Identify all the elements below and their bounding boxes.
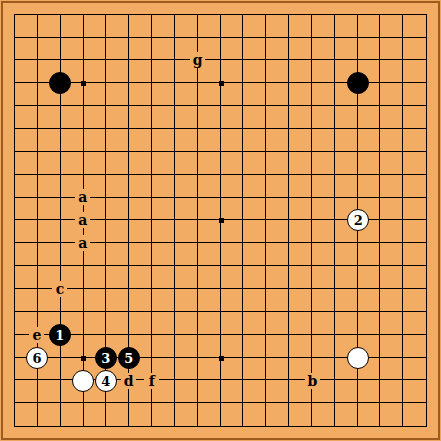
grid-cell	[403, 289, 426, 312]
star-point	[81, 356, 86, 361]
grid-cell	[358, 152, 381, 175]
label-point-b: b	[305, 373, 320, 389]
grid-cell	[129, 15, 152, 38]
grid-cell	[266, 175, 289, 198]
label-point-e: e	[29, 327, 44, 343]
grid-cell	[266, 266, 289, 289]
grid-cell	[312, 152, 335, 175]
grid-cell	[15, 243, 38, 266]
grid-cell	[289, 243, 312, 266]
grid-cell	[106, 198, 129, 221]
grid-cell	[38, 380, 61, 403]
grid-cell	[129, 60, 152, 83]
grid-cell	[335, 106, 358, 129]
grid-cell	[289, 106, 312, 129]
grid-cell	[175, 152, 198, 175]
grid-cell	[84, 403, 107, 426]
grid-cell	[358, 312, 381, 335]
grid-cell	[243, 15, 266, 38]
grid-cell	[129, 289, 152, 312]
grid-cell	[289, 60, 312, 83]
grid-cell	[106, 312, 129, 335]
grid-cell	[175, 335, 198, 358]
grid-cell	[358, 15, 381, 38]
grid-cell	[335, 312, 358, 335]
grid-cell	[266, 38, 289, 61]
grid-cell	[266, 380, 289, 403]
grid-cell	[335, 175, 358, 198]
grid-cell	[175, 403, 198, 426]
grid-cell	[106, 220, 129, 243]
grid-cell	[266, 60, 289, 83]
grid-cell	[38, 403, 61, 426]
grid-cell	[152, 198, 175, 221]
grid-cell	[15, 106, 38, 129]
grid-cell	[243, 106, 266, 129]
grid-cell	[380, 60, 403, 83]
grid-cell	[335, 403, 358, 426]
grid-cell	[175, 380, 198, 403]
grid-cell	[106, 106, 129, 129]
grid-cell	[312, 129, 335, 152]
black-stone-3: 3	[95, 347, 117, 369]
grid-cell	[380, 198, 403, 221]
grid-cell	[61, 106, 84, 129]
grid-cell	[221, 289, 244, 312]
grid-cell	[152, 106, 175, 129]
grid-cell	[221, 335, 244, 358]
grid-cell	[380, 312, 403, 335]
black-stone-1: 1	[49, 324, 71, 346]
grid-cell	[152, 60, 175, 83]
grid-cell	[38, 15, 61, 38]
black-stone	[49, 72, 71, 94]
grid-cell	[335, 289, 358, 312]
grid-cell	[198, 335, 221, 358]
grid-cell	[403, 198, 426, 221]
grid-cell	[15, 403, 38, 426]
grid-cell	[380, 106, 403, 129]
grid-cell	[403, 266, 426, 289]
grid-cell	[289, 289, 312, 312]
grid-cell	[106, 289, 129, 312]
grid-cell	[106, 83, 129, 106]
grid-cell	[266, 220, 289, 243]
grid-cell	[289, 152, 312, 175]
grid-cell	[312, 335, 335, 358]
grid-cell	[312, 83, 335, 106]
grid-cell	[380, 266, 403, 289]
star-point	[81, 81, 86, 86]
grid-cell	[403, 129, 426, 152]
grid-cell	[403, 403, 426, 426]
grid-cell	[15, 152, 38, 175]
grid-cell	[61, 129, 84, 152]
grid-cell	[243, 403, 266, 426]
grid-cell	[15, 266, 38, 289]
grid-cell	[312, 289, 335, 312]
grid-cell	[266, 403, 289, 426]
grid-cell	[289, 15, 312, 38]
grid-cell	[403, 220, 426, 243]
grid-cell	[312, 243, 335, 266]
grid-cell	[403, 243, 426, 266]
grid-cell	[312, 175, 335, 198]
grid-cell	[403, 380, 426, 403]
grid-cell	[403, 15, 426, 38]
grid-cell	[198, 266, 221, 289]
grid-cell	[221, 106, 244, 129]
black-stone	[347, 72, 369, 94]
grid-cell	[243, 380, 266, 403]
grid-cell	[129, 312, 152, 335]
grid-cell	[15, 175, 38, 198]
grid-cell	[335, 15, 358, 38]
label-point-a: a	[75, 212, 90, 228]
grid-cell	[380, 335, 403, 358]
grid-cell	[15, 289, 38, 312]
grid-cell	[358, 106, 381, 129]
grid-cell	[198, 403, 221, 426]
grid-cell	[129, 152, 152, 175]
grid-cell	[312, 198, 335, 221]
grid-cell	[380, 129, 403, 152]
black-stone-5: 5	[118, 347, 140, 369]
grid-cell	[175, 175, 198, 198]
grid-cell	[243, 289, 266, 312]
grid-cell	[129, 38, 152, 61]
grid-cell	[38, 129, 61, 152]
grid-cell	[266, 358, 289, 381]
grid-cell	[266, 335, 289, 358]
grid-cell	[380, 403, 403, 426]
grid-cell	[198, 289, 221, 312]
grid-cell	[106, 152, 129, 175]
go-board-diagram: aaabcdefg216354	[0, 0, 441, 441]
grid-cell	[266, 83, 289, 106]
label-point-a: a	[75, 235, 90, 251]
grid-cell	[175, 243, 198, 266]
grid-cell	[198, 220, 221, 243]
grid-cell	[198, 106, 221, 129]
grid-cell	[403, 335, 426, 358]
grid-cell	[38, 38, 61, 61]
grid-cell	[403, 60, 426, 83]
grid-cell	[198, 380, 221, 403]
grid-cell	[175, 83, 198, 106]
grid-cell	[221, 175, 244, 198]
label-point-f: f	[144, 373, 159, 389]
star-point	[219, 218, 224, 223]
grid-cell	[335, 243, 358, 266]
grid-cell	[312, 106, 335, 129]
grid-cell	[129, 243, 152, 266]
grid-cell	[221, 358, 244, 381]
grid-cell	[243, 198, 266, 221]
grid-cell	[380, 289, 403, 312]
label-point-a: a	[75, 189, 90, 205]
grid-cell	[380, 220, 403, 243]
grid-cell	[15, 380, 38, 403]
grid-cell	[312, 38, 335, 61]
grid-cell	[358, 289, 381, 312]
grid-cell	[358, 175, 381, 198]
grid-cell	[335, 152, 358, 175]
grid-cell	[129, 403, 152, 426]
grid-cell	[312, 403, 335, 426]
grid-cell	[289, 403, 312, 426]
label-point-c: c	[52, 281, 67, 297]
grid-cell	[84, 312, 107, 335]
grid-cell	[38, 220, 61, 243]
grid-cell	[312, 266, 335, 289]
grid-cell	[175, 358, 198, 381]
grid-cell	[61, 403, 84, 426]
grid-cell	[38, 243, 61, 266]
grid-cell	[152, 220, 175, 243]
label-point-g: g	[190, 52, 205, 68]
grid-cell	[289, 175, 312, 198]
star-point	[219, 356, 224, 361]
grid-cell	[380, 152, 403, 175]
grid-cell	[84, 129, 107, 152]
grid-cell	[380, 358, 403, 381]
grid-cell	[221, 220, 244, 243]
grid-cell	[198, 15, 221, 38]
grid-cell	[175, 106, 198, 129]
grid-cell	[335, 380, 358, 403]
grid-cell	[380, 38, 403, 61]
grid-cell	[129, 83, 152, 106]
grid-cell	[221, 403, 244, 426]
grid-cell	[61, 38, 84, 61]
grid-cell	[403, 312, 426, 335]
grid-cell	[289, 83, 312, 106]
grid-cell	[198, 358, 221, 381]
grid-cell	[175, 15, 198, 38]
grid-cell	[175, 198, 198, 221]
grid-cell	[221, 38, 244, 61]
grid-cell	[152, 15, 175, 38]
grid-cell	[152, 175, 175, 198]
grid-cell	[38, 106, 61, 129]
grid-cell	[312, 220, 335, 243]
grid-cell	[243, 38, 266, 61]
grid-cell	[61, 15, 84, 38]
grid-cell	[38, 175, 61, 198]
grid-cell	[358, 38, 381, 61]
grid-cell	[266, 198, 289, 221]
grid-cell	[129, 129, 152, 152]
grid-cell	[358, 380, 381, 403]
grid-cell	[335, 129, 358, 152]
grid-cell	[106, 243, 129, 266]
grid-cell	[243, 358, 266, 381]
grid-cell	[221, 198, 244, 221]
grid-cell	[106, 15, 129, 38]
grid-cell	[84, 15, 107, 38]
grid-cell	[152, 38, 175, 61]
grid-cell	[106, 266, 129, 289]
grid-cell	[403, 83, 426, 106]
grid-cell	[106, 60, 129, 83]
grid-cell	[335, 38, 358, 61]
grid-cell	[266, 152, 289, 175]
grid-cell	[221, 380, 244, 403]
grid-cell	[221, 266, 244, 289]
grid-cell	[152, 289, 175, 312]
grid-cell	[289, 312, 312, 335]
grid-cell	[15, 220, 38, 243]
grid-cell	[358, 129, 381, 152]
grid-cell	[84, 83, 107, 106]
grid-cell	[243, 266, 266, 289]
grid-cell	[84, 152, 107, 175]
grid-cell	[266, 129, 289, 152]
grid-cell	[129, 198, 152, 221]
grid-cell	[198, 243, 221, 266]
grid-cell	[289, 335, 312, 358]
grid-cell	[289, 198, 312, 221]
grid-cell	[403, 358, 426, 381]
grid-cell	[403, 175, 426, 198]
grid-cell	[266, 15, 289, 38]
grid-cell	[266, 312, 289, 335]
grid-cell	[289, 38, 312, 61]
grid-cell	[289, 266, 312, 289]
grid-cell	[84, 38, 107, 61]
grid-cell	[15, 129, 38, 152]
grid-cell	[221, 83, 244, 106]
grid-cell	[403, 152, 426, 175]
grid-cell	[129, 220, 152, 243]
grid-cell	[152, 152, 175, 175]
grid-cell	[221, 129, 244, 152]
grid-cell	[243, 312, 266, 335]
grid-cell	[84, 289, 107, 312]
grid-cell	[358, 403, 381, 426]
grid-cell	[15, 83, 38, 106]
grid-cell	[243, 335, 266, 358]
grid-cell	[129, 175, 152, 198]
grid-cell	[198, 312, 221, 335]
grid-cell	[106, 38, 129, 61]
grid-cell	[129, 266, 152, 289]
grid-cell	[152, 243, 175, 266]
grid-cell	[15, 15, 38, 38]
grid-cell	[266, 106, 289, 129]
grid-cell	[84, 60, 107, 83]
grid-cell	[403, 106, 426, 129]
grid-cell	[243, 220, 266, 243]
grid-cell	[289, 220, 312, 243]
grid-cell	[312, 312, 335, 335]
grid-cell	[198, 129, 221, 152]
grid-cell	[243, 175, 266, 198]
grid-cell	[152, 129, 175, 152]
grid-cell	[175, 129, 198, 152]
grid-cell	[243, 152, 266, 175]
grid-cell	[198, 83, 221, 106]
grid-cell	[15, 38, 38, 61]
grid-cell	[243, 83, 266, 106]
white-stone-4: 4	[95, 370, 117, 392]
grid-cell	[198, 152, 221, 175]
grid-cell	[221, 152, 244, 175]
grid-cell	[380, 380, 403, 403]
grid-cell	[175, 312, 198, 335]
grid-cell	[84, 266, 107, 289]
grid-cell	[106, 403, 129, 426]
grid-cell	[380, 175, 403, 198]
grid-cell	[380, 15, 403, 38]
grid-cell	[15, 60, 38, 83]
grid-cell	[152, 312, 175, 335]
grid-cell	[106, 175, 129, 198]
white-stone	[72, 370, 94, 392]
grid-cell	[266, 289, 289, 312]
grid-cell	[221, 60, 244, 83]
grid-cell	[152, 403, 175, 426]
grid-cell	[198, 175, 221, 198]
grid-cell	[243, 243, 266, 266]
label-point-d: d	[121, 373, 136, 389]
grid-cell	[15, 198, 38, 221]
grid-cell	[152, 83, 175, 106]
grid-cell	[84, 106, 107, 129]
grid-cell	[312, 15, 335, 38]
grid-cell	[175, 289, 198, 312]
grid-cell	[358, 243, 381, 266]
star-point	[219, 81, 224, 86]
grid-cell	[221, 15, 244, 38]
grid-cell	[243, 60, 266, 83]
grid-cell	[312, 60, 335, 83]
grid-cell	[152, 266, 175, 289]
grid-cell	[221, 312, 244, 335]
grid-cell	[380, 83, 403, 106]
grid-cell	[152, 335, 175, 358]
grid-cell	[358, 266, 381, 289]
grid-cell	[175, 266, 198, 289]
grid-cell	[106, 129, 129, 152]
grid-cell	[380, 243, 403, 266]
grid-cell	[38, 152, 61, 175]
grid-cell	[266, 243, 289, 266]
grid-cell	[243, 129, 266, 152]
grid-cell	[335, 266, 358, 289]
grid-cell	[289, 129, 312, 152]
grid-cell	[61, 152, 84, 175]
grid-cell	[129, 106, 152, 129]
grid-cell	[38, 198, 61, 221]
grid-cell	[175, 220, 198, 243]
grid-cell	[403, 38, 426, 61]
grid-cell	[221, 243, 244, 266]
grid-cell	[198, 198, 221, 221]
